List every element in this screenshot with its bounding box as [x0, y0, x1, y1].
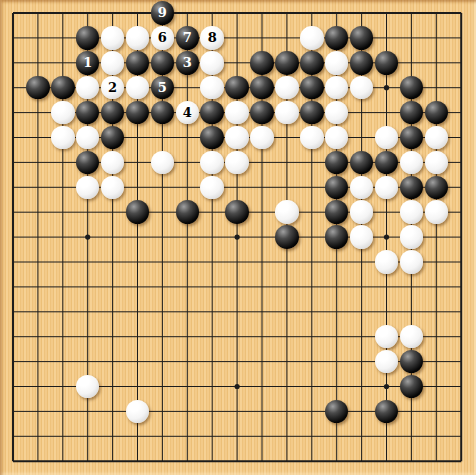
intersection[interactable]	[274, 150, 299, 175]
intersection[interactable]	[324, 299, 349, 324]
intersection[interactable]	[324, 324, 349, 349]
stone-black[interactable]	[126, 200, 150, 224]
intersection[interactable]	[449, 449, 474, 474]
intersection[interactable]	[75, 274, 100, 299]
intersection[interactable]	[374, 274, 399, 299]
intersection[interactable]	[50, 274, 75, 299]
stone-black[interactable]	[200, 101, 224, 125]
stone-white[interactable]	[51, 101, 75, 125]
stone-black[interactable]	[176, 200, 200, 224]
intersection[interactable]	[399, 1, 424, 26]
intersection[interactable]	[349, 25, 374, 50]
intersection[interactable]	[274, 274, 299, 299]
intersection[interactable]	[449, 50, 474, 75]
intersection[interactable]	[324, 1, 349, 26]
intersection[interactable]	[449, 200, 474, 225]
intersection[interactable]	[25, 100, 50, 125]
stone-black[interactable]	[250, 51, 274, 75]
intersection[interactable]	[349, 200, 374, 225]
stone-black[interactable]	[425, 101, 449, 125]
stone-white[interactable]	[126, 26, 150, 50]
intersection[interactable]	[50, 100, 75, 125]
stone-black[interactable]	[200, 126, 224, 150]
intersection[interactable]	[75, 225, 100, 250]
intersection[interactable]	[25, 250, 50, 275]
intersection[interactable]	[25, 150, 50, 175]
intersection[interactable]	[50, 399, 75, 424]
intersection[interactable]	[274, 250, 299, 275]
intersection[interactable]	[374, 200, 399, 225]
intersection[interactable]	[424, 449, 449, 474]
intersection[interactable]	[125, 200, 150, 225]
intersection[interactable]	[349, 50, 374, 75]
intersection[interactable]	[449, 125, 474, 150]
intersection[interactable]	[75, 449, 100, 474]
stone-white[interactable]	[225, 151, 249, 175]
intersection[interactable]	[250, 225, 275, 250]
intersection[interactable]	[374, 399, 399, 424]
intersection[interactable]	[225, 349, 250, 374]
intersection[interactable]	[449, 349, 474, 374]
intersection[interactable]	[250, 250, 275, 275]
stone-black[interactable]	[275, 51, 299, 75]
stone-white[interactable]	[375, 325, 399, 349]
stone-black[interactable]	[325, 400, 349, 424]
intersection[interactable]	[225, 150, 250, 175]
intersection[interactable]	[150, 299, 175, 324]
stone-white[interactable]	[151, 151, 175, 175]
intersection[interactable]	[299, 225, 324, 250]
intersection[interactable]	[1, 250, 26, 275]
intersection[interactable]	[225, 50, 250, 75]
stone-white[interactable]	[275, 200, 299, 224]
intersection[interactable]	[274, 125, 299, 150]
intersection[interactable]	[374, 250, 399, 275]
intersection[interactable]	[299, 449, 324, 474]
intersection[interactable]	[125, 150, 150, 175]
intersection[interactable]	[399, 399, 424, 424]
intersection[interactable]	[399, 324, 424, 349]
intersection[interactable]	[349, 75, 374, 100]
intersection[interactable]	[125, 424, 150, 449]
intersection[interactable]	[125, 299, 150, 324]
intersection[interactable]	[225, 75, 250, 100]
intersection[interactable]	[175, 250, 200, 275]
intersection[interactable]	[100, 299, 125, 324]
stone-white[interactable]	[101, 176, 125, 200]
intersection[interactable]	[449, 100, 474, 125]
intersection[interactable]	[125, 50, 150, 75]
intersection[interactable]	[274, 299, 299, 324]
intersection[interactable]	[324, 200, 349, 225]
stone-white[interactable]	[425, 200, 449, 224]
intersection[interactable]	[125, 225, 150, 250]
stone-white[interactable]	[400, 200, 424, 224]
intersection[interactable]	[150, 225, 175, 250]
intersection[interactable]	[200, 225, 225, 250]
intersection[interactable]	[299, 299, 324, 324]
intersection[interactable]	[100, 399, 125, 424]
intersection[interactable]	[299, 250, 324, 275]
stone-black[interactable]	[151, 101, 175, 125]
intersection[interactable]	[399, 125, 424, 150]
intersection[interactable]	[50, 175, 75, 200]
intersection[interactable]	[75, 374, 100, 399]
intersection[interactable]	[200, 250, 225, 275]
intersection[interactable]	[324, 250, 349, 275]
intersection[interactable]	[424, 399, 449, 424]
intersection[interactable]	[175, 274, 200, 299]
intersection[interactable]	[299, 399, 324, 424]
stone-black[interactable]	[101, 101, 125, 125]
intersection[interactable]	[399, 100, 424, 125]
intersection[interactable]	[25, 1, 50, 26]
intersection[interactable]	[299, 125, 324, 150]
intersection[interactable]	[299, 175, 324, 200]
intersection[interactable]	[200, 100, 225, 125]
stone-black[interactable]	[325, 26, 349, 50]
intersection[interactable]	[1, 150, 26, 175]
intersection[interactable]	[225, 125, 250, 150]
intersection[interactable]	[399, 175, 424, 200]
intersection[interactable]	[125, 25, 150, 50]
stone-white[interactable]	[350, 225, 374, 249]
stone-black[interactable]	[76, 151, 100, 175]
stone-white[interactable]	[126, 76, 150, 100]
intersection[interactable]	[50, 424, 75, 449]
intersection[interactable]	[250, 274, 275, 299]
intersection[interactable]	[175, 75, 200, 100]
intersection[interactable]	[175, 150, 200, 175]
intersection[interactable]	[424, 299, 449, 324]
stone-white[interactable]	[200, 176, 224, 200]
stone-white[interactable]	[425, 151, 449, 175]
intersection[interactable]	[175, 374, 200, 399]
stone-white[interactable]	[350, 200, 374, 224]
intersection[interactable]	[50, 299, 75, 324]
intersection[interactable]	[399, 274, 424, 299]
intersection[interactable]	[1, 125, 26, 150]
intersection[interactable]	[125, 449, 150, 474]
go-board[interactable]: 967813254	[0, 0, 476, 475]
intersection[interactable]: 5	[150, 75, 175, 100]
intersection[interactable]	[374, 299, 399, 324]
intersection[interactable]	[225, 449, 250, 474]
intersection[interactable]	[150, 150, 175, 175]
intersection[interactable]	[299, 200, 324, 225]
intersection[interactable]	[200, 399, 225, 424]
intersection[interactable]	[125, 175, 150, 200]
intersection[interactable]	[25, 50, 50, 75]
intersection[interactable]	[299, 349, 324, 374]
intersection[interactable]	[250, 150, 275, 175]
intersection[interactable]	[374, 349, 399, 374]
intersection[interactable]: 4	[175, 100, 200, 125]
intersection[interactable]	[200, 50, 225, 75]
intersection[interactable]: 2	[100, 75, 125, 100]
intersection[interactable]	[1, 100, 26, 125]
intersection[interactable]	[324, 75, 349, 100]
intersection[interactable]	[125, 324, 150, 349]
intersection[interactable]	[324, 25, 349, 50]
intersection[interactable]	[200, 1, 225, 26]
intersection[interactable]	[225, 424, 250, 449]
intersection[interactable]	[50, 225, 75, 250]
stone-black[interactable]	[225, 76, 249, 100]
intersection[interactable]	[100, 374, 125, 399]
intersection[interactable]	[200, 374, 225, 399]
intersection[interactable]	[150, 125, 175, 150]
intersection[interactable]	[250, 125, 275, 150]
intersection[interactable]	[200, 125, 225, 150]
stone-black[interactable]	[325, 151, 349, 175]
intersection[interactable]	[150, 399, 175, 424]
intersection[interactable]	[349, 324, 374, 349]
intersection[interactable]	[424, 100, 449, 125]
stone-black-move-3[interactable]: 3	[176, 51, 200, 75]
stone-white[interactable]	[425, 126, 449, 150]
intersection[interactable]	[424, 150, 449, 175]
intersection[interactable]	[374, 50, 399, 75]
intersection[interactable]	[225, 250, 250, 275]
intersection[interactable]	[274, 399, 299, 424]
intersection[interactable]	[299, 424, 324, 449]
intersection[interactable]	[175, 1, 200, 26]
stone-black[interactable]	[126, 101, 150, 125]
intersection[interactable]	[125, 75, 150, 100]
stone-white[interactable]	[225, 126, 249, 150]
stone-black[interactable]	[350, 51, 374, 75]
intersection[interactable]	[374, 125, 399, 150]
stone-black[interactable]	[375, 151, 399, 175]
stone-black[interactable]	[300, 101, 324, 125]
intersection[interactable]	[250, 399, 275, 424]
intersection[interactable]	[250, 50, 275, 75]
stone-black-move-9[interactable]: 9	[151, 1, 175, 25]
stone-white[interactable]	[275, 101, 299, 125]
stone-black[interactable]	[250, 76, 274, 100]
intersection[interactable]	[374, 100, 399, 125]
stone-black[interactable]	[400, 176, 424, 200]
stone-white[interactable]	[51, 126, 75, 150]
intersection[interactable]	[349, 449, 374, 474]
intersection[interactable]	[150, 200, 175, 225]
intersection[interactable]	[50, 374, 75, 399]
intersection[interactable]	[1, 424, 26, 449]
intersection[interactable]	[424, 250, 449, 275]
intersection[interactable]	[324, 424, 349, 449]
intersection[interactable]	[75, 75, 100, 100]
intersection[interactable]	[274, 25, 299, 50]
intersection[interactable]	[299, 374, 324, 399]
intersection[interactable]	[50, 449, 75, 474]
intersection[interactable]	[25, 424, 50, 449]
intersection[interactable]	[299, 50, 324, 75]
intersection[interactable]	[75, 324, 100, 349]
intersection[interactable]	[349, 100, 374, 125]
intersection[interactable]	[324, 349, 349, 374]
intersection[interactable]	[349, 150, 374, 175]
intersection[interactable]	[374, 374, 399, 399]
intersection[interactable]	[125, 1, 150, 26]
intersection[interactable]	[374, 449, 399, 474]
intersection[interactable]	[100, 175, 125, 200]
intersection[interactable]	[1, 25, 26, 50]
intersection[interactable]	[25, 274, 50, 299]
intersection[interactable]	[100, 324, 125, 349]
intersection[interactable]	[449, 75, 474, 100]
intersection[interactable]	[1, 274, 26, 299]
intersection[interactable]	[175, 225, 200, 250]
intersection[interactable]	[1, 299, 26, 324]
intersection[interactable]	[50, 324, 75, 349]
intersection[interactable]	[1, 225, 26, 250]
intersection[interactable]	[50, 1, 75, 26]
intersection[interactable]	[150, 349, 175, 374]
intersection[interactable]	[175, 200, 200, 225]
intersection[interactable]	[225, 324, 250, 349]
intersection[interactable]	[1, 324, 26, 349]
intersection[interactable]	[175, 175, 200, 200]
intersection[interactable]	[449, 25, 474, 50]
stone-white[interactable]	[76, 375, 100, 399]
intersection[interactable]	[399, 374, 424, 399]
intersection[interactable]	[200, 299, 225, 324]
intersection[interactable]	[175, 424, 200, 449]
intersection[interactable]	[250, 1, 275, 26]
intersection[interactable]	[349, 1, 374, 26]
intersection[interactable]	[175, 449, 200, 474]
stone-white[interactable]	[76, 176, 100, 200]
intersection[interactable]	[75, 1, 100, 26]
intersection[interactable]	[349, 399, 374, 424]
intersection[interactable]	[150, 324, 175, 349]
intersection[interactable]	[324, 399, 349, 424]
intersection[interactable]	[274, 449, 299, 474]
intersection[interactable]	[100, 225, 125, 250]
intersection[interactable]	[399, 50, 424, 75]
intersection[interactable]	[374, 150, 399, 175]
stone-white[interactable]	[400, 151, 424, 175]
intersection[interactable]	[274, 200, 299, 225]
intersection[interactable]	[424, 349, 449, 374]
intersection[interactable]	[150, 175, 175, 200]
intersection[interactable]	[150, 449, 175, 474]
intersection[interactable]: 8	[200, 25, 225, 50]
stone-white[interactable]	[350, 176, 374, 200]
intersection[interactable]	[449, 250, 474, 275]
intersection[interactable]	[150, 374, 175, 399]
stone-white[interactable]	[400, 325, 424, 349]
intersection[interactable]	[449, 175, 474, 200]
intersection[interactable]	[399, 25, 424, 50]
stone-black[interactable]	[325, 225, 349, 249]
intersection[interactable]	[374, 1, 399, 26]
intersection[interactable]	[200, 424, 225, 449]
intersection[interactable]	[299, 274, 324, 299]
stone-white[interactable]	[250, 126, 274, 150]
intersection[interactable]	[100, 274, 125, 299]
intersection[interactable]	[100, 150, 125, 175]
intersection[interactable]	[50, 75, 75, 100]
intersection[interactable]	[225, 274, 250, 299]
stone-white[interactable]	[325, 126, 349, 150]
intersection[interactable]	[150, 274, 175, 299]
intersection[interactable]	[100, 200, 125, 225]
intersection[interactable]	[399, 424, 424, 449]
intersection[interactable]	[250, 200, 275, 225]
intersection[interactable]	[100, 424, 125, 449]
stone-white-move-4[interactable]: 4	[176, 101, 200, 125]
intersection[interactable]	[299, 1, 324, 26]
intersection[interactable]	[349, 175, 374, 200]
intersection[interactable]	[1, 1, 26, 26]
intersection[interactable]	[299, 100, 324, 125]
intersection[interactable]	[449, 1, 474, 26]
intersection[interactable]	[100, 100, 125, 125]
intersection[interactable]	[225, 225, 250, 250]
intersection[interactable]	[50, 125, 75, 150]
intersection[interactable]	[374, 225, 399, 250]
intersection[interactable]	[449, 274, 474, 299]
intersection[interactable]	[424, 324, 449, 349]
intersection[interactable]	[349, 374, 374, 399]
intersection[interactable]	[349, 250, 374, 275]
stone-white[interactable]	[126, 400, 150, 424]
intersection[interactable]	[449, 399, 474, 424]
stone-black[interactable]	[325, 200, 349, 224]
intersection[interactable]	[424, 125, 449, 150]
intersection[interactable]	[75, 299, 100, 324]
intersection[interactable]	[25, 125, 50, 150]
intersection[interactable]	[225, 374, 250, 399]
stone-black[interactable]	[250, 101, 274, 125]
intersection[interactable]	[324, 150, 349, 175]
intersection[interactable]	[125, 349, 150, 374]
intersection[interactable]	[250, 374, 275, 399]
intersection[interactable]	[274, 424, 299, 449]
intersection[interactable]	[75, 250, 100, 275]
intersection[interactable]	[50, 250, 75, 275]
stone-white[interactable]	[76, 126, 100, 150]
intersection[interactable]	[200, 150, 225, 175]
stone-black[interactable]	[400, 126, 424, 150]
intersection[interactable]	[274, 324, 299, 349]
stone-white[interactable]	[375, 350, 399, 374]
intersection[interactable]	[25, 200, 50, 225]
intersection[interactable]	[324, 175, 349, 200]
stone-white[interactable]	[200, 76, 224, 100]
intersection[interactable]	[25, 299, 50, 324]
stone-white[interactable]	[375, 126, 399, 150]
intersection[interactable]	[399, 150, 424, 175]
intersection[interactable]	[399, 75, 424, 100]
stone-white[interactable]	[400, 250, 424, 274]
intersection[interactable]	[299, 75, 324, 100]
stone-black[interactable]	[225, 200, 249, 224]
intersection[interactable]	[75, 150, 100, 175]
stone-white[interactable]	[300, 126, 324, 150]
intersection[interactable]	[200, 75, 225, 100]
intersection[interactable]	[449, 225, 474, 250]
stone-black[interactable]	[300, 76, 324, 100]
intersection[interactable]	[200, 324, 225, 349]
intersection[interactable]	[25, 374, 50, 399]
stone-white[interactable]	[225, 101, 249, 125]
intersection[interactable]	[324, 225, 349, 250]
intersection[interactable]	[225, 399, 250, 424]
intersection[interactable]	[399, 349, 424, 374]
